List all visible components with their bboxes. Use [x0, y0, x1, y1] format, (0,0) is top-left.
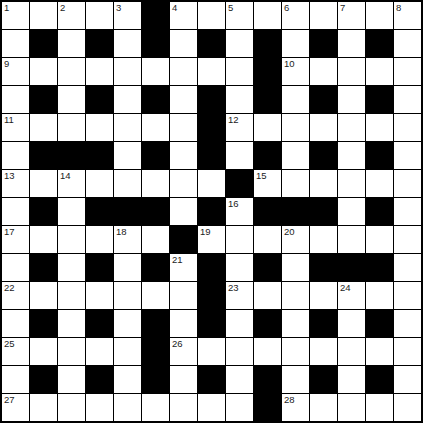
cell-r4c3[interactable] — [58, 86, 85, 113]
cell-r3c14[interactable] — [366, 58, 393, 85]
cell-r11c3[interactable] — [58, 282, 85, 309]
clue-number-13: 13 — [4, 170, 15, 181]
clue-number-10: 10 — [284, 58, 295, 69]
cell-r3c11[interactable]: 10 — [282, 58, 309, 85]
cell-r5c3[interactable] — [58, 114, 85, 141]
cell-r1c3[interactable]: 2 — [58, 2, 85, 29]
cell-r2c9[interactable] — [226, 30, 253, 57]
cell-r12c1[interactable] — [2, 310, 29, 337]
cell-r15c13[interactable] — [338, 394, 365, 421]
black-cell-r4c2 — [30, 86, 57, 113]
black-cell-r4c6 — [142, 86, 169, 113]
cell-r6c5[interactable] — [114, 142, 141, 169]
black-cell-r14c8 — [198, 366, 225, 393]
cell-r7c15[interactable] — [394, 170, 421, 197]
clue-number-12: 12 — [228, 114, 239, 125]
cell-r9c10[interactable] — [254, 226, 281, 253]
black-cell-r14c12 — [310, 366, 337, 393]
black-cell-r6c14 — [366, 142, 393, 169]
cell-r10c5[interactable] — [114, 254, 141, 281]
black-cell-r14c4 — [86, 366, 113, 393]
cell-r1c15[interactable]: 8 — [394, 2, 421, 29]
black-cell-r5c8 — [198, 114, 225, 141]
clue-number-15: 15 — [256, 170, 267, 181]
cell-r11c7[interactable] — [170, 282, 197, 309]
cell-r7c4[interactable] — [86, 170, 113, 197]
cell-r2c7[interactable] — [170, 30, 197, 57]
black-cell-r6c8 — [198, 142, 225, 169]
cell-r4c5[interactable] — [114, 86, 141, 113]
cell-r9c3[interactable] — [58, 226, 85, 253]
black-cell-r2c10 — [254, 30, 281, 57]
black-cell-r2c6 — [142, 30, 169, 57]
cell-r11c12[interactable] — [310, 282, 337, 309]
cell-r15c4[interactable] — [86, 394, 113, 421]
cell-r1c7[interactable]: 4 — [170, 2, 197, 29]
cell-r14c13[interactable] — [338, 366, 365, 393]
clue-number-23: 23 — [228, 282, 239, 293]
cell-r11c15[interactable] — [394, 282, 421, 309]
cell-r5c14[interactable] — [366, 114, 393, 141]
black-cell-r8c6 — [142, 198, 169, 225]
clue-number-25: 25 — [4, 338, 15, 349]
cell-r13c9[interactable] — [226, 338, 253, 365]
cell-r12c11[interactable] — [282, 310, 309, 337]
black-cell-r4c14 — [366, 86, 393, 113]
cell-r1c11[interactable]: 6 — [282, 2, 309, 29]
black-cell-r8c5 — [114, 198, 141, 225]
cell-r11c6[interactable] — [142, 282, 169, 309]
black-cell-r2c4 — [86, 30, 113, 57]
cell-r13c12[interactable] — [310, 338, 337, 365]
black-cell-r14c6 — [142, 366, 169, 393]
cell-r3c7[interactable] — [170, 58, 197, 85]
clue-number-7: 7 — [340, 2, 345, 13]
clue-number-8: 8 — [396, 2, 401, 13]
cell-r5c2[interactable] — [30, 114, 57, 141]
cell-r4c7[interactable] — [170, 86, 197, 113]
cell-r13c11[interactable] — [282, 338, 309, 365]
cell-r7c5[interactable] — [114, 170, 141, 197]
cell-r11c9[interactable]: 23 — [226, 282, 253, 309]
clue-number-18: 18 — [116, 226, 127, 237]
clue-number-22: 22 — [4, 282, 15, 293]
black-cell-r2c8 — [198, 30, 225, 57]
cell-r10c1[interactable] — [2, 254, 29, 281]
black-cell-r13c6 — [142, 338, 169, 365]
cell-r6c1[interactable] — [2, 142, 29, 169]
cell-r15c1[interactable]: 27 — [2, 394, 29, 421]
cell-r7c2[interactable] — [30, 170, 57, 197]
cell-r13c7[interactable]: 26 — [170, 338, 197, 365]
cell-r11c1[interactable]: 22 — [2, 282, 29, 309]
cell-r11c11[interactable] — [282, 282, 309, 309]
cell-r3c15[interactable] — [394, 58, 421, 85]
cell-r5c5[interactable] — [114, 114, 141, 141]
cell-r3c2[interactable] — [30, 58, 57, 85]
cell-r15c15[interactable] — [394, 394, 421, 421]
cell-r1c10[interactable] — [254, 2, 281, 29]
cell-r13c3[interactable] — [58, 338, 85, 365]
cell-r4c11[interactable] — [282, 86, 309, 113]
cell-r15c7[interactable] — [170, 394, 197, 421]
clue-number-21: 21 — [172, 254, 183, 265]
black-cell-r6c10 — [254, 142, 281, 169]
cell-r13c13[interactable] — [338, 338, 365, 365]
black-cell-r4c8 — [198, 86, 225, 113]
cell-r15c12[interactable] — [310, 394, 337, 421]
black-cell-r8c12 — [310, 198, 337, 225]
cell-r5c11[interactable] — [282, 114, 309, 141]
black-cell-r8c4 — [86, 198, 113, 225]
cell-r6c7[interactable] — [170, 142, 197, 169]
cell-r9c1[interactable]: 17 — [2, 226, 29, 253]
black-cell-r10c10 — [254, 254, 281, 281]
cell-r7c7[interactable] — [170, 170, 197, 197]
cell-r5c13[interactable] — [338, 114, 365, 141]
clue-number-26: 26 — [172, 338, 183, 349]
cell-r1c5[interactable]: 3 — [114, 2, 141, 29]
cell-r8c7[interactable] — [170, 198, 197, 225]
black-cell-r4c12 — [310, 86, 337, 113]
cell-r14c1[interactable] — [2, 366, 29, 393]
black-cell-r3c10 — [254, 58, 281, 85]
cell-r5c9[interactable]: 12 — [226, 114, 253, 141]
cell-r12c13[interactable] — [338, 310, 365, 337]
cell-r3c4[interactable] — [86, 58, 113, 85]
cell-r7c10[interactable]: 15 — [254, 170, 281, 197]
cell-r9c9[interactable] — [226, 226, 253, 253]
cell-r15c8[interactable] — [198, 394, 225, 421]
clue-number-14: 14 — [60, 170, 71, 181]
cell-r7c1[interactable]: 13 — [2, 170, 29, 197]
cell-r8c3[interactable] — [58, 198, 85, 225]
black-cell-r4c4 — [86, 86, 113, 113]
cell-r3c12[interactable] — [310, 58, 337, 85]
cell-r1c4[interactable] — [86, 2, 113, 29]
cell-r1c14[interactable] — [366, 2, 393, 29]
black-cell-r2c2 — [30, 30, 57, 57]
cell-r11c14[interactable] — [366, 282, 393, 309]
black-cell-r14c10 — [254, 366, 281, 393]
cell-r13c2[interactable] — [30, 338, 57, 365]
cell-r7c13[interactable] — [338, 170, 365, 197]
cell-r7c6[interactable] — [142, 170, 169, 197]
cell-r5c7[interactable] — [170, 114, 197, 141]
cell-r7c8[interactable] — [198, 170, 225, 197]
cell-r15c5[interactable] — [114, 394, 141, 421]
cell-r2c15[interactable] — [394, 30, 421, 57]
clue-number-19: 19 — [200, 226, 211, 237]
cell-r12c15[interactable] — [394, 310, 421, 337]
cell-r15c2[interactable] — [30, 394, 57, 421]
cell-r13c1[interactable]: 25 — [2, 338, 29, 365]
cell-r2c13[interactable] — [338, 30, 365, 57]
cell-r5c10[interactable] — [254, 114, 281, 141]
cell-r9c15[interactable] — [394, 226, 421, 253]
cell-r8c13[interactable] — [338, 198, 365, 225]
cell-r15c11[interactable]: 28 — [282, 394, 309, 421]
clue-number-4: 4 — [172, 2, 177, 13]
clue-number-9: 9 — [4, 58, 9, 69]
cell-r14c5[interactable] — [114, 366, 141, 393]
black-cell-r14c14 — [366, 366, 393, 393]
black-cell-r6c2 — [30, 142, 57, 169]
cell-r4c1[interactable] — [2, 86, 29, 113]
cell-r8c15[interactable] — [394, 198, 421, 225]
cell-r10c15[interactable] — [394, 254, 421, 281]
cell-r3c6[interactable] — [142, 58, 169, 85]
clue-number-1: 1 — [4, 2, 9, 13]
cell-r12c3[interactable] — [58, 310, 85, 337]
black-cell-r9c7 — [170, 226, 197, 253]
cell-r1c1[interactable]: 1 — [2, 2, 29, 29]
black-cell-r6c4 — [86, 142, 113, 169]
clue-number-11: 11 — [4, 114, 14, 125]
cell-r8c9[interactable]: 16 — [226, 198, 253, 225]
clue-number-16: 16 — [228, 198, 239, 209]
cell-r2c1[interactable] — [2, 30, 29, 57]
black-cell-r8c8 — [198, 198, 225, 225]
cell-r11c13[interactable]: 24 — [338, 282, 365, 309]
black-cell-r8c10 — [254, 198, 281, 225]
cell-r13c8[interactable] — [198, 338, 225, 365]
cell-r3c9[interactable] — [226, 58, 253, 85]
cell-r3c5[interactable] — [114, 58, 141, 85]
cell-r5c1[interactable]: 11 — [2, 114, 29, 141]
black-cell-r6c6 — [142, 142, 169, 169]
cell-r9c5[interactable]: 18 — [114, 226, 141, 253]
cell-r2c3[interactable] — [58, 30, 85, 57]
cell-r13c4[interactable] — [86, 338, 113, 365]
black-cell-r12c8 — [198, 310, 225, 337]
cell-r9c6[interactable] — [142, 226, 169, 253]
cell-r4c13[interactable] — [338, 86, 365, 113]
cell-r5c12[interactable] — [310, 114, 337, 141]
cell-r10c9[interactable] — [226, 254, 253, 281]
black-cell-r12c12 — [310, 310, 337, 337]
cell-r5c6[interactable] — [142, 114, 169, 141]
cell-r1c9[interactable]: 5 — [226, 2, 253, 29]
black-cell-r10c13 — [338, 254, 365, 281]
cell-r5c15[interactable] — [394, 114, 421, 141]
black-cell-r15c10 — [254, 394, 281, 421]
cell-r10c3[interactable] — [58, 254, 85, 281]
cell-r6c11[interactable] — [282, 142, 309, 169]
black-cell-r10c14 — [366, 254, 393, 281]
cell-r7c14[interactable] — [366, 170, 393, 197]
black-cell-r4c10 — [254, 86, 281, 113]
clue-number-17: 17 — [4, 226, 15, 237]
black-cell-r14c2 — [30, 366, 57, 393]
cell-r9c13[interactable] — [338, 226, 365, 253]
cell-r2c5[interactable] — [114, 30, 141, 57]
black-cell-r12c4 — [86, 310, 113, 337]
black-cell-r1c6 — [142, 2, 169, 29]
black-cell-r7c9 — [226, 170, 253, 197]
cell-r3c8[interactable] — [198, 58, 225, 85]
cell-r11c10[interactable] — [254, 282, 281, 309]
clue-number-2: 2 — [60, 2, 65, 13]
black-cell-r12c2 — [30, 310, 57, 337]
cell-r3c13[interactable] — [338, 58, 365, 85]
clue-number-3: 3 — [116, 2, 121, 13]
cell-r9c12[interactable] — [310, 226, 337, 253]
cell-r15c6[interactable] — [142, 394, 169, 421]
clue-number-24: 24 — [340, 282, 351, 293]
cell-r6c15[interactable] — [394, 142, 421, 169]
cell-r3c1[interactable]: 9 — [2, 58, 29, 85]
cell-r9c4[interactable] — [86, 226, 113, 253]
cell-r12c9[interactable] — [226, 310, 253, 337]
cell-r10c11[interactable] — [282, 254, 309, 281]
clue-number-27: 27 — [4, 394, 15, 405]
cell-r6c9[interactable] — [226, 142, 253, 169]
cell-r9c2[interactable] — [30, 226, 57, 253]
cell-r9c11[interactable]: 20 — [282, 226, 309, 253]
black-cell-r10c6 — [142, 254, 169, 281]
clue-number-28: 28 — [284, 394, 295, 405]
cell-r9c8[interactable]: 19 — [198, 226, 225, 253]
cell-r1c8[interactable] — [198, 2, 225, 29]
cell-r15c9[interactable] — [226, 394, 253, 421]
black-cell-r12c6 — [142, 310, 169, 337]
black-cell-r12c14 — [366, 310, 393, 337]
cell-r1c2[interactable] — [30, 2, 57, 29]
cell-r13c10[interactable] — [254, 338, 281, 365]
black-cell-r10c8 — [198, 254, 225, 281]
black-cell-r2c14 — [366, 30, 393, 57]
black-cell-r6c3 — [58, 142, 85, 169]
clue-number-5: 5 — [228, 2, 233, 13]
cell-r1c13[interactable]: 7 — [338, 2, 365, 29]
crossword-grid: 1234567891011121314151617181920212223242… — [0, 0, 423, 423]
black-cell-r8c14 — [366, 198, 393, 225]
cell-r6c13[interactable] — [338, 142, 365, 169]
black-cell-r2c12 — [310, 30, 337, 57]
cell-r13c14[interactable] — [366, 338, 393, 365]
cell-r8c1[interactable] — [2, 198, 29, 225]
cell-r14c11[interactable] — [282, 366, 309, 393]
cell-r13c15[interactable] — [394, 338, 421, 365]
cell-r14c9[interactable] — [226, 366, 253, 393]
black-cell-r11c8 — [198, 282, 225, 309]
cell-r14c15[interactable] — [394, 366, 421, 393]
cell-r2c11[interactable] — [282, 30, 309, 57]
cell-r14c3[interactable] — [58, 366, 85, 393]
cell-r4c9[interactable] — [226, 86, 253, 113]
clue-number-6: 6 — [284, 2, 289, 13]
cell-r11c2[interactable] — [30, 282, 57, 309]
black-cell-r10c2 — [30, 254, 57, 281]
cell-r5c4[interactable] — [86, 114, 113, 141]
cell-r13c5[interactable] — [114, 338, 141, 365]
cell-r4c15[interactable] — [394, 86, 421, 113]
cell-r12c5[interactable] — [114, 310, 141, 337]
cell-r7c11[interactable] — [282, 170, 309, 197]
black-cell-r10c4 — [86, 254, 113, 281]
black-cell-r6c12 — [310, 142, 337, 169]
cell-r3c3[interactable] — [58, 58, 85, 85]
cell-r11c4[interactable] — [86, 282, 113, 309]
cell-r7c12[interactable] — [310, 170, 337, 197]
cell-r9c14[interactable] — [366, 226, 393, 253]
black-cell-r8c2 — [30, 198, 57, 225]
clue-number-20: 20 — [284, 226, 295, 237]
black-cell-r8c11 — [282, 198, 309, 225]
cell-r15c14[interactable] — [366, 394, 393, 421]
cell-r11c5[interactable] — [114, 282, 141, 309]
black-cell-r12c10 — [254, 310, 281, 337]
cell-r7c3[interactable]: 14 — [58, 170, 85, 197]
cell-r12c7[interactable] — [170, 310, 197, 337]
cell-r15c3[interactable] — [58, 394, 85, 421]
cell-r14c7[interactable] — [170, 366, 197, 393]
black-cell-r10c12 — [310, 254, 337, 281]
cell-r10c7[interactable]: 21 — [170, 254, 197, 281]
cell-r1c12[interactable] — [310, 2, 337, 29]
